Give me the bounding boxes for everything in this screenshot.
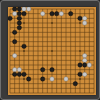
white-stone[interactable] (12, 53, 16, 57)
black-stone[interactable] (40, 77, 44, 81)
black-stone[interactable] (22, 44, 26, 48)
black-stone[interactable] (40, 67, 44, 71)
black-stone[interactable] (17, 25, 21, 29)
black-stone[interactable] (12, 39, 16, 43)
white-stone[interactable] (82, 72, 86, 76)
black-stone[interactable] (78, 63, 82, 67)
screenshot-root (0, 0, 100, 100)
black-stone[interactable] (17, 72, 21, 76)
go-board[interactable] (8, 7, 96, 95)
black-stone[interactable] (26, 77, 30, 81)
star-point (23, 78, 25, 80)
black-stone[interactable] (78, 72, 82, 76)
white-stone[interactable] (22, 7, 26, 11)
white-stone[interactable] (40, 11, 44, 15)
white-stone[interactable] (82, 58, 86, 62)
black-stone[interactable] (68, 11, 72, 15)
black-stone[interactable] (22, 72, 26, 76)
black-stone[interactable] (54, 11, 58, 15)
white-stone[interactable] (17, 67, 21, 71)
star-point (23, 50, 25, 52)
black-stone[interactable] (50, 67, 54, 71)
black-stone[interactable] (17, 21, 21, 25)
white-stone[interactable] (50, 77, 54, 81)
black-stone[interactable] (22, 11, 26, 15)
black-stone[interactable] (8, 16, 12, 20)
white-stone[interactable] (82, 21, 86, 25)
black-stone[interactable] (50, 11, 54, 15)
go-board-svg (8, 7, 96, 95)
white-stone[interactable] (82, 53, 86, 57)
white-stone[interactable] (64, 77, 68, 81)
white-stone[interactable] (87, 63, 91, 67)
star-point (79, 50, 81, 52)
white-stone[interactable] (26, 7, 30, 11)
white-stone[interactable] (12, 11, 16, 15)
black-stone[interactable] (17, 16, 21, 20)
black-stone[interactable] (12, 30, 16, 34)
black-stone[interactable] (12, 72, 16, 76)
black-stone[interactable] (17, 7, 21, 11)
white-stone[interactable] (59, 11, 63, 15)
star-point (79, 78, 81, 80)
star-point (51, 22, 53, 24)
black-stone[interactable] (12, 7, 16, 11)
black-stone[interactable] (82, 63, 86, 67)
black-stone[interactable] (78, 16, 82, 20)
black-stone[interactable] (17, 11, 21, 15)
white-stone[interactable] (12, 67, 16, 71)
star-point (51, 50, 53, 52)
black-stone[interactable] (73, 81, 77, 85)
star-point (23, 22, 25, 24)
star-point (79, 22, 81, 24)
white-stone[interactable] (82, 16, 86, 20)
